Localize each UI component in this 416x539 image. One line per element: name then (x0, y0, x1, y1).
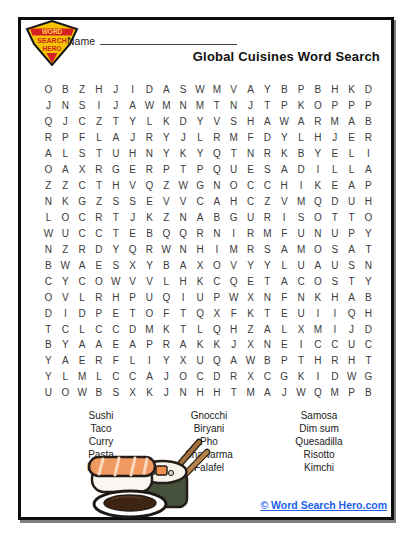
grid-cell: P (276, 353, 293, 369)
grid-cell: Y (192, 146, 209, 162)
grid-cell: K (141, 385, 158, 401)
grid-cell: B (208, 210, 225, 226)
grid-cell: L (158, 273, 175, 289)
grid-cell: N (259, 337, 276, 353)
grid-cell: M (326, 385, 343, 401)
grid-cell: H (225, 194, 242, 210)
grid-cell: A (276, 273, 293, 289)
grid-cell: I (360, 146, 377, 162)
grid-cell: O (225, 178, 242, 194)
grid-cell: B (360, 114, 377, 130)
grid-cell: Z (74, 82, 91, 98)
grid-cell: E (107, 337, 124, 353)
grid-cell: E (74, 353, 91, 369)
grid-cell: Y (158, 146, 175, 162)
grid-cell: X (74, 162, 91, 178)
grid-cell: H (107, 289, 124, 305)
grid-cell: C (107, 369, 124, 385)
grid-cell: H (326, 289, 343, 305)
grid-cell: R (141, 162, 158, 178)
grid-cell: X (124, 385, 141, 401)
grid-cell: A (276, 241, 293, 257)
word-list-column-3: SamosaDim sumQuesadillaRisottoKimchi (254, 409, 384, 474)
grid-cell: T (259, 98, 276, 114)
grid-cell: C (124, 369, 141, 385)
grid-cell: A (124, 98, 141, 114)
grid-cell: Q (158, 225, 175, 241)
grid-cell: O (208, 257, 225, 273)
name-row: Name (67, 33, 237, 47)
grid-cell: H (107, 178, 124, 194)
grid-cell: U (326, 257, 343, 273)
grid-cell: C (40, 273, 57, 289)
grid-cell: K (57, 194, 74, 210)
grid-cell: P (91, 305, 108, 321)
grid-cell: U (293, 257, 310, 273)
grid-cell: M (242, 385, 259, 401)
grid-cell: E (242, 273, 259, 289)
grid-cell: M (225, 241, 242, 257)
grid-cell: R (242, 241, 259, 257)
grid-cell: X (242, 369, 259, 385)
grid-cell: D (175, 114, 192, 130)
grid-cell: M (310, 321, 327, 337)
grid-cell: C (74, 114, 91, 130)
grid-cell: K (343, 82, 360, 98)
grid-cell: R (259, 146, 276, 162)
grid-cell: D (259, 130, 276, 146)
grid-cell: P (141, 337, 158, 353)
grid-cell: R (141, 130, 158, 146)
grid-cell: Q (225, 273, 242, 289)
grid-cell: O (57, 210, 74, 226)
grid-cell: Y (242, 257, 259, 273)
grid-cell: F (158, 305, 175, 321)
grid-cell: W (192, 82, 209, 98)
grid-cell: R (74, 241, 91, 257)
grid-cell: Q (124, 241, 141, 257)
grid-cell: M (293, 241, 310, 257)
grid-cell: W (225, 289, 242, 305)
grid-cell: D (360, 82, 377, 98)
grid-cell: I (225, 225, 242, 241)
grid-cell: V (124, 178, 141, 194)
grid-cell: W (343, 369, 360, 385)
grid-cell: J (225, 337, 242, 353)
grid-cell: L (57, 146, 74, 162)
grid-cell: R (91, 353, 108, 369)
grid-cell: K (276, 146, 293, 162)
grid-cell: D (74, 305, 91, 321)
grid-cell: U (225, 162, 242, 178)
grid-cell: I (141, 353, 158, 369)
grid-cell: D (141, 82, 158, 98)
grid-cell: S (259, 241, 276, 257)
grid-cell: T (107, 210, 124, 226)
grid-cell: M (192, 98, 209, 114)
grid-cell: C (74, 225, 91, 241)
grid-cell: A (74, 257, 91, 273)
word-search-grid: OBZHJIDASWMVAYBPBHKDJNSIJAWMNMTNJTPKOPPP… (40, 82, 377, 401)
grid-cell: N (40, 241, 57, 257)
grid-cell: V (141, 273, 158, 289)
grid-cell: D (360, 321, 377, 337)
grid-cell: J (175, 130, 192, 146)
grid-cell: K (310, 178, 327, 194)
grid-cell: A (124, 337, 141, 353)
grid-cell: F (107, 353, 124, 369)
grid-cell: C (326, 337, 343, 353)
grid-cell: V (124, 273, 141, 289)
grid-cell: F (225, 305, 242, 321)
grid-cell: C (293, 273, 310, 289)
grid-cell: J (107, 98, 124, 114)
sushi-illustration (85, 435, 215, 520)
grid-cell: P (343, 98, 360, 114)
grid-cell: H (225, 321, 242, 337)
grid-cell: N (175, 385, 192, 401)
grid-cell: U (57, 225, 74, 241)
grid-cell: F (74, 130, 91, 146)
grid-cell: Z (158, 178, 175, 194)
grid-cell: U (242, 210, 259, 226)
grid-cell: S (326, 273, 343, 289)
grid-cell: E (124, 162, 141, 178)
grid-cell: J (158, 385, 175, 401)
grid-cell: K (175, 146, 192, 162)
grid-cell: O (310, 98, 327, 114)
grid-cell: P (57, 130, 74, 146)
grid-cell: L (57, 369, 74, 385)
grid-cell: N (141, 146, 158, 162)
grid-cell: Y (40, 369, 57, 385)
grid-cell: C (74, 273, 91, 289)
grid-cell: Z (57, 241, 74, 257)
grid-cell: A (310, 257, 327, 273)
grid-cell: A (259, 321, 276, 337)
grid-cell: A (343, 289, 360, 305)
worksheet-frame: WORD SEARCH HERO Name Global Cuisines Wo… (18, 17, 394, 520)
grid-cell: G (192, 178, 209, 194)
grid-cell: I (310, 305, 327, 321)
grid-cell: G (225, 210, 242, 226)
grid-cell: D (326, 369, 343, 385)
grid-cell: Z (57, 178, 74, 194)
grid-cell: P (124, 289, 141, 305)
grid-cell: L (91, 369, 108, 385)
grid-cell: Q (158, 289, 175, 305)
grid-cell: L (276, 321, 293, 337)
grid-cell: I (293, 337, 310, 353)
grid-cell: C (91, 225, 108, 241)
grid-cell: O (91, 273, 108, 289)
grid-cell: X (124, 257, 141, 273)
grid-cell: H (310, 130, 327, 146)
grid-cell: H (326, 82, 343, 98)
grid-cell: N (293, 289, 310, 305)
grid-cell: D (293, 162, 310, 178)
grid-cell: L (276, 257, 293, 273)
grid-cell: B (310, 82, 327, 98)
grid-cell: Q (192, 305, 209, 321)
grid-cell: Q (208, 353, 225, 369)
grid-cell: O (40, 289, 57, 305)
grid-cell: Z (158, 210, 175, 226)
grid-cell: A (259, 385, 276, 401)
grid-cell: C (192, 194, 209, 210)
grid-cell: M (293, 194, 310, 210)
grid-cell: K (192, 337, 209, 353)
grid-cell: N (175, 210, 192, 226)
grid-cell: E (141, 194, 158, 210)
grid-cell: M (259, 225, 276, 241)
grid-cell: J (343, 321, 360, 337)
grid-cell: K (293, 369, 310, 385)
grid-cell: A (40, 146, 57, 162)
page-title: Global Cuisines Word Search (193, 49, 380, 64)
grid-cell: A (74, 337, 91, 353)
grid-cell: K (293, 98, 310, 114)
grid-cell: Q (40, 114, 57, 130)
grid-cell: A (343, 178, 360, 194)
grid-cell: Z (40, 178, 57, 194)
grid-cell: J (124, 130, 141, 146)
grid-cell: S (259, 162, 276, 178)
grid-cell: I (124, 82, 141, 98)
grid-cell: A (225, 353, 242, 369)
grid-cell: S (74, 98, 91, 114)
grid-cell: I (326, 305, 343, 321)
grid-cell: H (242, 114, 259, 130)
grid-cell: B (57, 82, 74, 98)
name-blank-line[interactable] (100, 33, 237, 45)
grid-cell: I (293, 178, 310, 194)
grid-cell: W (175, 178, 192, 194)
grid-cell: T (259, 273, 276, 289)
grid-cell: S (225, 114, 242, 130)
grid-cell: R (242, 225, 259, 241)
word-item: Risotto (254, 448, 384, 461)
grid-cell: K (192, 273, 209, 289)
grid-cell: J (107, 82, 124, 98)
grid-cell: H (192, 385, 209, 401)
grid-cell: N (360, 257, 377, 273)
grid-cell: Y (259, 257, 276, 273)
grid-cell: N (57, 98, 74, 114)
grid-cell: C (208, 273, 225, 289)
grid-cell: Y (276, 130, 293, 146)
grid-cell: P (343, 225, 360, 241)
word-search-hero-link[interactable]: © Word Search Hero.com (260, 499, 387, 511)
grid-cell: T (40, 321, 57, 337)
grid-cell: O (57, 385, 74, 401)
grid-cell: J (57, 114, 74, 130)
grid-cell: Z (91, 194, 108, 210)
grid-cell: O (40, 162, 57, 178)
grid-cell: X (208, 305, 225, 321)
grid-cell: F (242, 130, 259, 146)
grid-cell: K (242, 305, 259, 321)
word-item: Dim sum (254, 422, 384, 435)
grid-cell: D (124, 321, 141, 337)
grid-cell: T (225, 385, 242, 401)
grid-cell: P (208, 289, 225, 305)
grid-cell: H (310, 353, 327, 369)
grid-cell: N (242, 146, 259, 162)
grid-cell: P (293, 82, 310, 98)
grid-cell: C (242, 194, 259, 210)
grid-cell: E (326, 146, 343, 162)
grid-cell: Z (259, 194, 276, 210)
grid-cell: I (57, 305, 74, 321)
grid-cell: D (208, 369, 225, 385)
word-item: Kimchi (254, 461, 384, 474)
grid-cell: S (175, 82, 192, 98)
grid-cell: L (124, 353, 141, 369)
grid-cell: M (158, 98, 175, 114)
grid-cell: T (175, 305, 192, 321)
grid-cell: A (175, 257, 192, 273)
grid-cell: R (91, 162, 108, 178)
grid-cell: U (192, 353, 209, 369)
grid-cell: Y (107, 241, 124, 257)
grid-cell: T (360, 241, 377, 257)
grid-cell: P (360, 178, 377, 194)
grid-cell: T (293, 353, 310, 369)
logo-text-word: WORD (42, 28, 63, 35)
grid-cell: K (158, 321, 175, 337)
grid-cell: T (91, 146, 108, 162)
grid-cell: S (326, 241, 343, 257)
grid-cell: O (360, 210, 377, 226)
grid-cell: Y (360, 225, 377, 241)
grid-cell: I (310, 162, 327, 178)
grid-cell: X (175, 353, 192, 369)
grid-cell: A (158, 82, 175, 98)
grid-cell: J (326, 130, 343, 146)
grid-cell: Y (192, 114, 209, 130)
grid-cell: E (276, 337, 293, 353)
grid-cell: Y (141, 257, 158, 273)
grid-cell: C (310, 337, 327, 353)
grid-cell: U (343, 337, 360, 353)
grid-cell: V (175, 194, 192, 210)
grid-cell: L (74, 321, 91, 337)
grid-cell: E (326, 178, 343, 194)
grid-cell: Y (158, 130, 175, 146)
grid-cell: H (192, 241, 209, 257)
grid-cell: J (158, 369, 175, 385)
grid-cell: T (343, 273, 360, 289)
grid-cell: R (360, 130, 377, 146)
grid-cell: U (40, 385, 57, 401)
grid-cell: S (107, 257, 124, 273)
grid-cell: M (326, 114, 343, 130)
grid-cell: A (192, 210, 209, 226)
grid-cell: J (276, 385, 293, 401)
grid-cell: Y (57, 337, 74, 353)
grid-cell: T (175, 162, 192, 178)
grid-cell: Y (57, 273, 74, 289)
grid-cell: T (326, 210, 343, 226)
grid-cell: C (74, 210, 91, 226)
grid-cell: H (343, 353, 360, 369)
grid-cell: U (293, 305, 310, 321)
grid-cell: R (310, 114, 327, 130)
grid-cell: O (175, 369, 192, 385)
grid-cell: E (242, 162, 259, 178)
grid-cell: N (40, 194, 57, 210)
grid-cell: R (141, 241, 158, 257)
grid-cell: V (225, 257, 242, 273)
grid-cell: P (360, 98, 377, 114)
grid-cell: N (259, 289, 276, 305)
grid-cell: X (242, 337, 259, 353)
grid-cell: N (175, 241, 192, 257)
grid-cell: Q (343, 305, 360, 321)
grid-cell: K (310, 289, 327, 305)
grid-cell: T (259, 305, 276, 321)
grid-cell: S (107, 194, 124, 210)
grid-cell: F (276, 289, 293, 305)
grid-cell: Y (40, 353, 57, 369)
grid-cell: L (91, 130, 108, 146)
grid-cell: Q (208, 321, 225, 337)
grid-cell: I (175, 289, 192, 305)
logo-text-hero: HERO (43, 45, 62, 52)
grid-cell: A (242, 82, 259, 98)
grid-cell: Q (141, 178, 158, 194)
grid-cell: M (225, 130, 242, 146)
grid-cell: T (124, 305, 141, 321)
grid-cell: C (57, 321, 74, 337)
grid-cell: T (360, 353, 377, 369)
grid-cell: B (360, 289, 377, 305)
word-item: Quesadilla (254, 435, 384, 448)
grid-cell: D (91, 241, 108, 257)
grid-cell: B (91, 385, 108, 401)
grid-cell: W (74, 385, 91, 401)
grid-cell: V (158, 194, 175, 210)
grid-cell: T (225, 146, 242, 162)
grid-cell: I (310, 369, 327, 385)
grid-cell: D (326, 194, 343, 210)
grid-cell: C (259, 178, 276, 194)
grid-cell: R (259, 210, 276, 226)
grid-cell: L (343, 146, 360, 162)
grid-cell: X (293, 321, 310, 337)
grid-cell: R (192, 225, 209, 241)
grid-cell: Q (310, 385, 327, 401)
grid-cell: H (124, 146, 141, 162)
grid-cell: A (91, 337, 108, 353)
grid-cell: S (107, 385, 124, 401)
grid-cell: I (326, 321, 343, 337)
grid-cell: N (208, 225, 225, 241)
grid-cell: R (225, 369, 242, 385)
grid-cell: E (91, 257, 108, 273)
grid-cell: J (40, 98, 57, 114)
grid-cell: E (343, 130, 360, 146)
grid-cell: Z (91, 114, 108, 130)
grid-cell: G (107, 162, 124, 178)
soy-sauce-dish-icon (94, 491, 166, 517)
grid-cell: W (276, 114, 293, 130)
grid-cell: R (208, 130, 225, 146)
grid-cell: A (343, 241, 360, 257)
grid-cell: M (208, 82, 225, 98)
grid-cell: U (107, 146, 124, 162)
